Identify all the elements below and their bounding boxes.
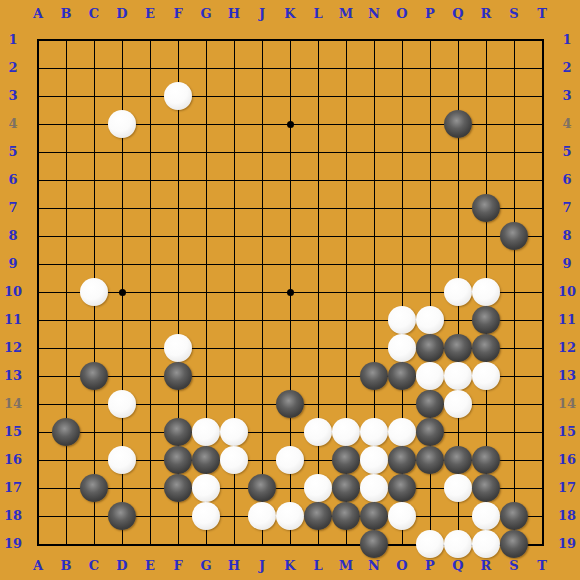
intersection-H16[interactable] <box>220 446 248 474</box>
intersection-J1[interactable] <box>248 26 276 54</box>
intersection-N16[interactable] <box>360 446 388 474</box>
intersection-M17[interactable] <box>332 474 360 502</box>
intersection-H17[interactable] <box>220 474 248 502</box>
intersection-Q16[interactable] <box>444 446 472 474</box>
intersection-A16[interactable] <box>24 446 52 474</box>
intersection-B17[interactable] <box>52 474 80 502</box>
intersection-S7[interactable] <box>500 194 528 222</box>
intersection-D17[interactable] <box>108 474 136 502</box>
intersection-C3[interactable] <box>80 82 108 110</box>
intersection-L16[interactable] <box>304 446 332 474</box>
intersection-T16[interactable] <box>528 446 556 474</box>
intersection-O13[interactable] <box>388 362 416 390</box>
intersection-O2[interactable] <box>388 54 416 82</box>
intersection-R4[interactable] <box>472 110 500 138</box>
intersection-O17[interactable] <box>388 474 416 502</box>
intersection-J10[interactable] <box>248 278 276 306</box>
intersection-P18[interactable] <box>416 502 444 530</box>
intersection-A14[interactable] <box>24 390 52 418</box>
intersection-S10[interactable] <box>500 278 528 306</box>
intersection-R6[interactable] <box>472 166 500 194</box>
intersection-R8[interactable] <box>472 222 500 250</box>
intersection-K3[interactable] <box>276 82 304 110</box>
intersection-B5[interactable] <box>52 138 80 166</box>
intersection-S8[interactable] <box>500 222 528 250</box>
intersection-J5[interactable] <box>248 138 276 166</box>
intersection-N3[interactable] <box>360 82 388 110</box>
intersection-P8[interactable] <box>416 222 444 250</box>
intersection-E16[interactable] <box>136 446 164 474</box>
intersection-Q19[interactable] <box>444 530 472 558</box>
intersection-J11[interactable] <box>248 306 276 334</box>
intersection-C18[interactable] <box>80 502 108 530</box>
intersection-O18[interactable] <box>388 502 416 530</box>
intersection-B10[interactable] <box>52 278 80 306</box>
intersection-S3[interactable] <box>500 82 528 110</box>
intersection-Q5[interactable] <box>444 138 472 166</box>
intersection-R12[interactable] <box>472 334 500 362</box>
intersection-F7[interactable] <box>164 194 192 222</box>
intersection-S19[interactable] <box>500 530 528 558</box>
intersection-K19[interactable] <box>276 530 304 558</box>
intersection-F17[interactable] <box>164 474 192 502</box>
intersection-J12[interactable] <box>248 334 276 362</box>
intersection-G7[interactable] <box>192 194 220 222</box>
intersection-J17[interactable] <box>248 474 276 502</box>
intersection-H5[interactable] <box>220 138 248 166</box>
intersection-S2[interactable] <box>500 54 528 82</box>
intersection-C9[interactable] <box>80 250 108 278</box>
intersection-P5[interactable] <box>416 138 444 166</box>
intersection-R14[interactable] <box>472 390 500 418</box>
intersection-Q11[interactable] <box>444 306 472 334</box>
intersection-Q3[interactable] <box>444 82 472 110</box>
intersection-H6[interactable] <box>220 166 248 194</box>
intersection-K8[interactable] <box>276 222 304 250</box>
intersection-A11[interactable] <box>24 306 52 334</box>
intersection-O14[interactable] <box>388 390 416 418</box>
intersection-Q18[interactable] <box>444 502 472 530</box>
intersection-H7[interactable] <box>220 194 248 222</box>
intersection-F6[interactable] <box>164 166 192 194</box>
intersection-M1[interactable] <box>332 26 360 54</box>
intersection-S1[interactable] <box>500 26 528 54</box>
intersection-S15[interactable] <box>500 418 528 446</box>
intersection-M11[interactable] <box>332 306 360 334</box>
intersection-R10[interactable] <box>472 278 500 306</box>
intersection-M10[interactable] <box>332 278 360 306</box>
intersection-B16[interactable] <box>52 446 80 474</box>
intersection-G3[interactable] <box>192 82 220 110</box>
intersection-P13[interactable] <box>416 362 444 390</box>
intersection-K11[interactable] <box>276 306 304 334</box>
intersection-P9[interactable] <box>416 250 444 278</box>
intersection-B11[interactable] <box>52 306 80 334</box>
intersection-O11[interactable] <box>388 306 416 334</box>
intersection-D11[interactable] <box>108 306 136 334</box>
intersection-K15[interactable] <box>276 418 304 446</box>
intersection-K1[interactable] <box>276 26 304 54</box>
intersection-E2[interactable] <box>136 54 164 82</box>
intersection-R2[interactable] <box>472 54 500 82</box>
intersection-N12[interactable] <box>360 334 388 362</box>
intersection-O15[interactable] <box>388 418 416 446</box>
intersection-H10[interactable] <box>220 278 248 306</box>
intersection-A4[interactable] <box>24 110 52 138</box>
intersection-L11[interactable] <box>304 306 332 334</box>
intersection-N15[interactable] <box>360 418 388 446</box>
intersection-D19[interactable] <box>108 530 136 558</box>
intersection-J4[interactable] <box>248 110 276 138</box>
intersection-F12[interactable] <box>164 334 192 362</box>
intersection-C17[interactable] <box>80 474 108 502</box>
intersection-L15[interactable] <box>304 418 332 446</box>
intersection-A6[interactable] <box>24 166 52 194</box>
intersection-T4[interactable] <box>528 110 556 138</box>
intersection-L12[interactable] <box>304 334 332 362</box>
intersection-C14[interactable] <box>80 390 108 418</box>
intersection-Q8[interactable] <box>444 222 472 250</box>
intersection-K14[interactable] <box>276 390 304 418</box>
intersection-L6[interactable] <box>304 166 332 194</box>
intersection-D12[interactable] <box>108 334 136 362</box>
intersection-O16[interactable] <box>388 446 416 474</box>
intersection-Q13[interactable] <box>444 362 472 390</box>
intersection-M12[interactable] <box>332 334 360 362</box>
intersection-K18[interactable] <box>276 502 304 530</box>
intersection-Q10[interactable] <box>444 278 472 306</box>
intersection-H15[interactable] <box>220 418 248 446</box>
intersection-T13[interactable] <box>528 362 556 390</box>
intersection-K10[interactable] <box>276 278 304 306</box>
intersection-P12[interactable] <box>416 334 444 362</box>
intersection-Q15[interactable] <box>444 418 472 446</box>
intersection-O4[interactable] <box>388 110 416 138</box>
intersection-J14[interactable] <box>248 390 276 418</box>
intersection-P3[interactable] <box>416 82 444 110</box>
intersection-B18[interactable] <box>52 502 80 530</box>
intersection-P14[interactable] <box>416 390 444 418</box>
intersection-P2[interactable] <box>416 54 444 82</box>
intersection-A1[interactable] <box>24 26 52 54</box>
intersection-N9[interactable] <box>360 250 388 278</box>
intersection-Q4[interactable] <box>444 110 472 138</box>
intersection-M2[interactable] <box>332 54 360 82</box>
intersection-G16[interactable] <box>192 446 220 474</box>
intersection-F18[interactable] <box>164 502 192 530</box>
intersection-N8[interactable] <box>360 222 388 250</box>
intersection-N17[interactable] <box>360 474 388 502</box>
intersection-N14[interactable] <box>360 390 388 418</box>
intersection-P4[interactable] <box>416 110 444 138</box>
intersection-K4[interactable] <box>276 110 304 138</box>
intersection-P11[interactable] <box>416 306 444 334</box>
intersection-F13[interactable] <box>164 362 192 390</box>
intersection-K17[interactable] <box>276 474 304 502</box>
intersection-G1[interactable] <box>192 26 220 54</box>
intersection-N6[interactable] <box>360 166 388 194</box>
intersection-O5[interactable] <box>388 138 416 166</box>
intersection-G12[interactable] <box>192 334 220 362</box>
intersection-D9[interactable] <box>108 250 136 278</box>
intersection-P19[interactable] <box>416 530 444 558</box>
intersection-J3[interactable] <box>248 82 276 110</box>
intersection-B19[interactable] <box>52 530 80 558</box>
intersection-M13[interactable] <box>332 362 360 390</box>
intersection-G10[interactable] <box>192 278 220 306</box>
intersection-D10[interactable] <box>108 278 136 306</box>
intersection-K13[interactable] <box>276 362 304 390</box>
intersection-Q17[interactable] <box>444 474 472 502</box>
intersection-L7[interactable] <box>304 194 332 222</box>
intersection-D6[interactable] <box>108 166 136 194</box>
intersection-N7[interactable] <box>360 194 388 222</box>
intersection-H2[interactable] <box>220 54 248 82</box>
intersection-P10[interactable] <box>416 278 444 306</box>
intersection-F5[interactable] <box>164 138 192 166</box>
intersection-L18[interactable] <box>304 502 332 530</box>
intersection-G4[interactable] <box>192 110 220 138</box>
intersection-T12[interactable] <box>528 334 556 362</box>
intersection-Q1[interactable] <box>444 26 472 54</box>
intersection-T7[interactable] <box>528 194 556 222</box>
intersection-G2[interactable] <box>192 54 220 82</box>
intersection-E14[interactable] <box>136 390 164 418</box>
intersection-M19[interactable] <box>332 530 360 558</box>
intersection-T11[interactable] <box>528 306 556 334</box>
intersection-B1[interactable] <box>52 26 80 54</box>
intersection-M6[interactable] <box>332 166 360 194</box>
intersection-C8[interactable] <box>80 222 108 250</box>
intersection-A12[interactable] <box>24 334 52 362</box>
intersection-R16[interactable] <box>472 446 500 474</box>
intersection-C4[interactable] <box>80 110 108 138</box>
intersection-G18[interactable] <box>192 502 220 530</box>
intersection-N13[interactable] <box>360 362 388 390</box>
intersection-L19[interactable] <box>304 530 332 558</box>
intersection-B12[interactable] <box>52 334 80 362</box>
intersection-M3[interactable] <box>332 82 360 110</box>
intersection-Q7[interactable] <box>444 194 472 222</box>
intersection-P1[interactable] <box>416 26 444 54</box>
intersection-G8[interactable] <box>192 222 220 250</box>
intersection-S5[interactable] <box>500 138 528 166</box>
intersection-G15[interactable] <box>192 418 220 446</box>
intersection-D2[interactable] <box>108 54 136 82</box>
intersection-Q2[interactable] <box>444 54 472 82</box>
intersection-G11[interactable] <box>192 306 220 334</box>
intersection-J18[interactable] <box>248 502 276 530</box>
intersection-S4[interactable] <box>500 110 528 138</box>
intersection-C11[interactable] <box>80 306 108 334</box>
intersection-D3[interactable] <box>108 82 136 110</box>
intersection-T18[interactable] <box>528 502 556 530</box>
intersection-J13[interactable] <box>248 362 276 390</box>
intersection-J9[interactable] <box>248 250 276 278</box>
intersection-H9[interactable] <box>220 250 248 278</box>
intersection-G13[interactable] <box>192 362 220 390</box>
intersection-C5[interactable] <box>80 138 108 166</box>
intersection-H8[interactable] <box>220 222 248 250</box>
intersection-M7[interactable] <box>332 194 360 222</box>
intersection-T9[interactable] <box>528 250 556 278</box>
intersection-B9[interactable] <box>52 250 80 278</box>
intersection-K6[interactable] <box>276 166 304 194</box>
intersection-T14[interactable] <box>528 390 556 418</box>
intersection-L10[interactable] <box>304 278 332 306</box>
intersection-K16[interactable] <box>276 446 304 474</box>
intersection-A10[interactable] <box>24 278 52 306</box>
intersection-H1[interactable] <box>220 26 248 54</box>
intersection-D1[interactable] <box>108 26 136 54</box>
intersection-D8[interactable] <box>108 222 136 250</box>
intersection-T6[interactable] <box>528 166 556 194</box>
intersection-L4[interactable] <box>304 110 332 138</box>
intersection-D13[interactable] <box>108 362 136 390</box>
intersection-P16[interactable] <box>416 446 444 474</box>
intersection-E4[interactable] <box>136 110 164 138</box>
intersection-P17[interactable] <box>416 474 444 502</box>
intersection-A17[interactable] <box>24 474 52 502</box>
intersection-R5[interactable] <box>472 138 500 166</box>
intersection-B8[interactable] <box>52 222 80 250</box>
intersection-C10[interactable] <box>80 278 108 306</box>
intersection-C19[interactable] <box>80 530 108 558</box>
intersection-T15[interactable] <box>528 418 556 446</box>
intersection-R15[interactable] <box>472 418 500 446</box>
intersection-H4[interactable] <box>220 110 248 138</box>
intersection-M8[interactable] <box>332 222 360 250</box>
intersection-G14[interactable] <box>192 390 220 418</box>
intersection-E15[interactable] <box>136 418 164 446</box>
intersection-E3[interactable] <box>136 82 164 110</box>
intersection-Q12[interactable] <box>444 334 472 362</box>
intersection-D7[interactable] <box>108 194 136 222</box>
intersection-O6[interactable] <box>388 166 416 194</box>
intersection-O8[interactable] <box>388 222 416 250</box>
intersection-J2[interactable] <box>248 54 276 82</box>
intersection-O12[interactable] <box>388 334 416 362</box>
intersection-K5[interactable] <box>276 138 304 166</box>
intersection-S6[interactable] <box>500 166 528 194</box>
intersection-S11[interactable] <box>500 306 528 334</box>
intersection-B2[interactable] <box>52 54 80 82</box>
intersection-E1[interactable] <box>136 26 164 54</box>
intersection-E19[interactable] <box>136 530 164 558</box>
intersection-H11[interactable] <box>220 306 248 334</box>
intersection-B6[interactable] <box>52 166 80 194</box>
intersection-L9[interactable] <box>304 250 332 278</box>
intersection-F1[interactable] <box>164 26 192 54</box>
intersection-D15[interactable] <box>108 418 136 446</box>
intersection-J6[interactable] <box>248 166 276 194</box>
intersection-B13[interactable] <box>52 362 80 390</box>
intersection-O19[interactable] <box>388 530 416 558</box>
intersection-C7[interactable] <box>80 194 108 222</box>
intersection-R3[interactable] <box>472 82 500 110</box>
intersection-B7[interactable] <box>52 194 80 222</box>
intersection-N1[interactable] <box>360 26 388 54</box>
intersection-C13[interactable] <box>80 362 108 390</box>
intersection-S14[interactable] <box>500 390 528 418</box>
intersection-R7[interactable] <box>472 194 500 222</box>
intersection-G19[interactable] <box>192 530 220 558</box>
intersection-N19[interactable] <box>360 530 388 558</box>
intersection-T17[interactable] <box>528 474 556 502</box>
intersection-E18[interactable] <box>136 502 164 530</box>
intersection-E6[interactable] <box>136 166 164 194</box>
intersection-N10[interactable] <box>360 278 388 306</box>
intersection-E13[interactable] <box>136 362 164 390</box>
intersection-S16[interactable] <box>500 446 528 474</box>
intersection-T10[interactable] <box>528 278 556 306</box>
intersection-A5[interactable] <box>24 138 52 166</box>
intersection-A18[interactable] <box>24 502 52 530</box>
intersection-L17[interactable] <box>304 474 332 502</box>
intersection-L13[interactable] <box>304 362 332 390</box>
intersection-M18[interactable] <box>332 502 360 530</box>
intersection-O1[interactable] <box>388 26 416 54</box>
intersection-S13[interactable] <box>500 362 528 390</box>
intersection-G9[interactable] <box>192 250 220 278</box>
intersection-F3[interactable] <box>164 82 192 110</box>
intersection-B3[interactable] <box>52 82 80 110</box>
intersection-D4[interactable] <box>108 110 136 138</box>
intersection-G5[interactable] <box>192 138 220 166</box>
intersection-F15[interactable] <box>164 418 192 446</box>
intersection-M15[interactable] <box>332 418 360 446</box>
intersection-A9[interactable] <box>24 250 52 278</box>
intersection-R18[interactable] <box>472 502 500 530</box>
intersection-F10[interactable] <box>164 278 192 306</box>
intersection-E5[interactable] <box>136 138 164 166</box>
intersection-A3[interactable] <box>24 82 52 110</box>
intersection-O10[interactable] <box>388 278 416 306</box>
intersection-B4[interactable] <box>52 110 80 138</box>
intersection-A8[interactable] <box>24 222 52 250</box>
intersection-N2[interactable] <box>360 54 388 82</box>
intersection-B15[interactable] <box>52 418 80 446</box>
intersection-T2[interactable] <box>528 54 556 82</box>
intersection-J19[interactable] <box>248 530 276 558</box>
intersection-H13[interactable] <box>220 362 248 390</box>
intersection-E7[interactable] <box>136 194 164 222</box>
intersection-S12[interactable] <box>500 334 528 362</box>
intersection-G17[interactable] <box>192 474 220 502</box>
intersection-J15[interactable] <box>248 418 276 446</box>
intersection-T19[interactable] <box>528 530 556 558</box>
intersection-T5[interactable] <box>528 138 556 166</box>
intersection-E8[interactable] <box>136 222 164 250</box>
intersection-B14[interactable] <box>52 390 80 418</box>
intersection-Q6[interactable] <box>444 166 472 194</box>
intersection-M14[interactable] <box>332 390 360 418</box>
intersection-D16[interactable] <box>108 446 136 474</box>
intersection-E11[interactable] <box>136 306 164 334</box>
intersection-L5[interactable] <box>304 138 332 166</box>
intersection-R13[interactable] <box>472 362 500 390</box>
intersection-C12[interactable] <box>80 334 108 362</box>
intersection-A15[interactable] <box>24 418 52 446</box>
intersection-D14[interactable] <box>108 390 136 418</box>
intersection-F8[interactable] <box>164 222 192 250</box>
intersection-H14[interactable] <box>220 390 248 418</box>
intersection-R9[interactable] <box>472 250 500 278</box>
intersection-H18[interactable] <box>220 502 248 530</box>
intersection-L14[interactable] <box>304 390 332 418</box>
intersection-P15[interactable] <box>416 418 444 446</box>
intersection-O7[interactable] <box>388 194 416 222</box>
